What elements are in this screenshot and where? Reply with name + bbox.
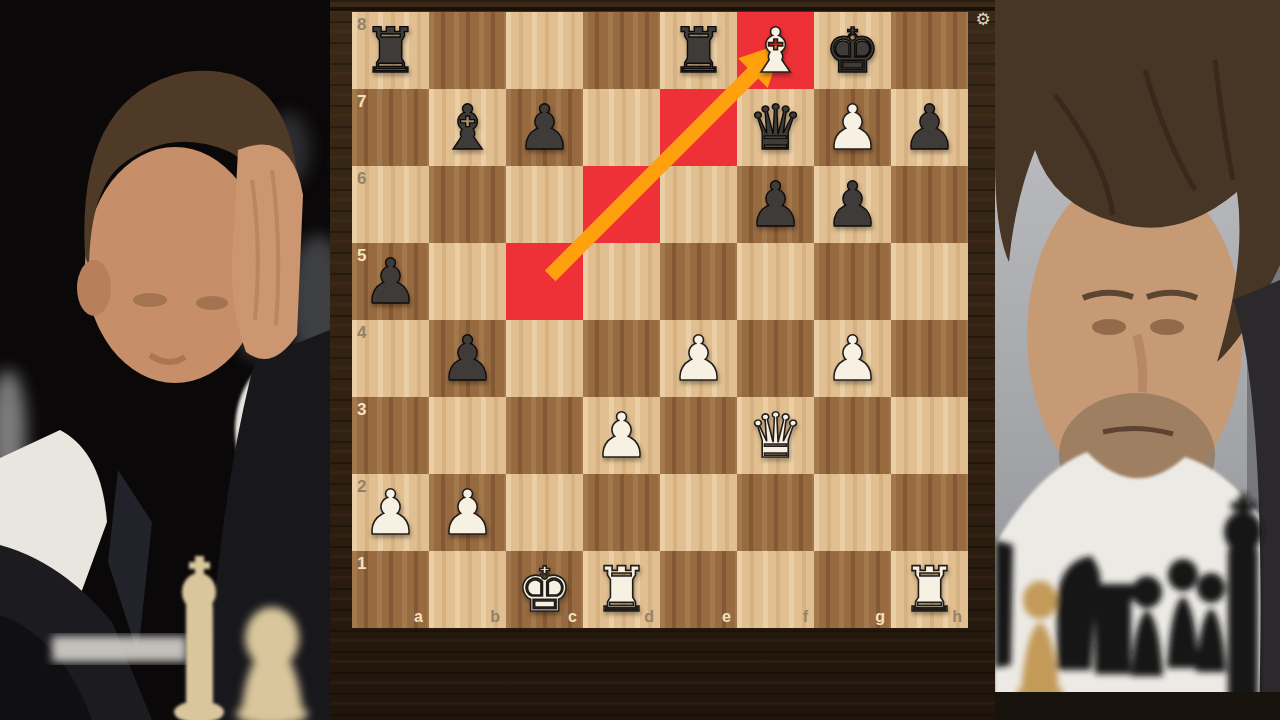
square-d6[interactable] — [583, 166, 660, 243]
rank-label-3: 3 — [357, 400, 366, 420]
square-h6[interactable] — [891, 166, 968, 243]
square-b4[interactable]: ♟ — [429, 320, 506, 397]
file-label-c: c — [568, 608, 577, 626]
square-f2[interactable] — [737, 474, 814, 551]
piece-black-king: ♚ — [825, 12, 881, 89]
square-c1[interactable]: c♚ — [506, 551, 583, 628]
square-g5[interactable] — [814, 243, 891, 320]
square-f5[interactable] — [737, 243, 814, 320]
piece-white-pawn: ♟ — [825, 89, 881, 166]
piece-white-rook: ♜ — [594, 551, 650, 628]
square-d3[interactable]: ♟ — [583, 397, 660, 474]
square-b3[interactable] — [429, 397, 506, 474]
square-g8[interactable]: ♚ — [814, 12, 891, 89]
square-a1[interactable]: 1a — [352, 551, 429, 628]
piece-white-pawn: ♟ — [440, 474, 496, 551]
square-e5[interactable] — [660, 243, 737, 320]
square-g2[interactable] — [814, 474, 891, 551]
file-label-b: b — [490, 608, 500, 626]
ear — [77, 260, 111, 316]
square-b8[interactable] — [429, 12, 506, 89]
board-panel: 8♜♜♝♚7♝♟♛♟♟6♟♟5♟4♟♟♟3♟♛2♟♟1abc♚d♜efgh♜ ⚙ — [330, 0, 995, 720]
square-d8[interactable] — [583, 12, 660, 89]
square-h8[interactable] — [891, 12, 968, 89]
square-e8[interactable]: ♜ — [660, 12, 737, 89]
piece-black-pawn: ♟ — [825, 166, 881, 243]
piece-black-queen: ♛ — [748, 89, 804, 166]
square-e2[interactable] — [660, 474, 737, 551]
piece-black-pawn: ♟ — [363, 243, 419, 320]
left-player-photo — [0, 0, 330, 720]
piece-black-pawn: ♟ — [517, 89, 573, 166]
rank-label-5: 5 — [357, 246, 366, 266]
square-c3[interactable] — [506, 397, 583, 474]
square-d4[interactable] — [583, 320, 660, 397]
rank-label-7: 7 — [357, 92, 366, 112]
rank-label-8: 8 — [357, 15, 366, 35]
square-h7[interactable]: ♟ — [891, 89, 968, 166]
left-photo-illustration — [0, 0, 330, 720]
square-b5[interactable] — [429, 243, 506, 320]
square-f7[interactable]: ♛ — [737, 89, 814, 166]
piece-white-pawn: ♟ — [594, 397, 650, 474]
square-h1[interactable]: h♜ — [891, 551, 968, 628]
file-label-e: e — [722, 608, 731, 626]
video-thumbnail: 8♜♜♝♚7♝♟♛♟♟6♟♟5♟4♟♟♟3♟♛2♟♟1abc♚d♜efgh♜ ⚙ — [0, 0, 1280, 720]
square-f1[interactable]: f — [737, 551, 814, 628]
square-f8[interactable]: ♝ — [737, 12, 814, 89]
square-a3[interactable]: 3 — [352, 397, 429, 474]
square-c4[interactable] — [506, 320, 583, 397]
rank-label-6: 6 — [357, 169, 366, 189]
piece-black-pawn: ♟ — [902, 89, 958, 166]
square-h3[interactable] — [891, 397, 968, 474]
piece-black-rook: ♜ — [363, 12, 419, 89]
square-c5[interactable] — [506, 243, 583, 320]
piece-white-pawn: ♟ — [671, 320, 727, 397]
square-a7[interactable]: 7 — [352, 89, 429, 166]
table-edge — [995, 692, 1280, 720]
rank-label-4: 4 — [357, 323, 366, 343]
square-a2[interactable]: 2♟ — [352, 474, 429, 551]
square-e1[interactable]: e — [660, 551, 737, 628]
square-f3[interactable]: ♛ — [737, 397, 814, 474]
square-g1[interactable]: g — [814, 551, 891, 628]
piece-white-king: ♚ — [517, 551, 573, 628]
square-c2[interactable] — [506, 474, 583, 551]
piece-white-pawn: ♟ — [825, 320, 881, 397]
square-a5[interactable]: 5♟ — [352, 243, 429, 320]
square-d7[interactable] — [583, 89, 660, 166]
rank-label-2: 2 — [357, 477, 366, 497]
square-h4[interactable] — [891, 320, 968, 397]
square-b2[interactable]: ♟ — [429, 474, 506, 551]
square-e7[interactable] — [660, 89, 737, 166]
chess-board: 8♜♜♝♚7♝♟♛♟♟6♟♟5♟4♟♟♟3♟♛2♟♟1abc♚d♜efgh♜ — [352, 12, 968, 628]
square-b1[interactable]: b — [429, 551, 506, 628]
square-b6[interactable] — [429, 166, 506, 243]
square-b7[interactable]: ♝ — [429, 89, 506, 166]
square-h5[interactable] — [891, 243, 968, 320]
right-player-photo — [995, 0, 1280, 720]
square-a6[interactable]: 6 — [352, 166, 429, 243]
square-d2[interactable] — [583, 474, 660, 551]
piece-white-bishop: ♝ — [748, 12, 804, 89]
piece-black-pawn: ♟ — [440, 320, 496, 397]
file-label-d: d — [644, 608, 654, 626]
square-g7[interactable]: ♟ — [814, 89, 891, 166]
piece-white-rook: ♜ — [902, 551, 958, 628]
square-g4[interactable]: ♟ — [814, 320, 891, 397]
piece-white-queen: ♛ — [748, 397, 804, 474]
panel-top-line — [330, 7, 995, 11]
file-label-f: f — [803, 608, 808, 626]
piece-black-bishop: ♝ — [440, 89, 496, 166]
file-label-a: a — [414, 608, 423, 626]
square-d1[interactable]: d♜ — [583, 551, 660, 628]
square-g6[interactable]: ♟ — [814, 166, 891, 243]
settings-gear-icon[interactable]: ⚙ — [972, 8, 994, 30]
square-c8[interactable] — [506, 12, 583, 89]
square-c6[interactable] — [506, 166, 583, 243]
piece-black-rook: ♜ — [671, 12, 727, 89]
right-photo-illustration — [995, 0, 1280, 720]
table-edge — [52, 636, 187, 662]
file-label-g: g — [875, 608, 885, 626]
square-c7[interactable]: ♟ — [506, 89, 583, 166]
square-e4[interactable]: ♟ — [660, 320, 737, 397]
square-h2[interactable] — [891, 474, 968, 551]
rank-label-1: 1 — [357, 554, 366, 574]
square-f4[interactable] — [737, 320, 814, 397]
square-f6[interactable]: ♟ — [737, 166, 814, 243]
hand — [232, 145, 303, 359]
square-d5[interactable] — [583, 243, 660, 320]
piece-black-pawn: ♟ — [748, 166, 804, 243]
square-e6[interactable] — [660, 166, 737, 243]
square-a8[interactable]: 8♜ — [352, 12, 429, 89]
piece-white-pawn: ♟ — [363, 474, 419, 551]
square-g3[interactable] — [814, 397, 891, 474]
file-label-h: h — [952, 608, 962, 626]
square-e3[interactable] — [660, 397, 737, 474]
square-a4[interactable]: 4 — [352, 320, 429, 397]
